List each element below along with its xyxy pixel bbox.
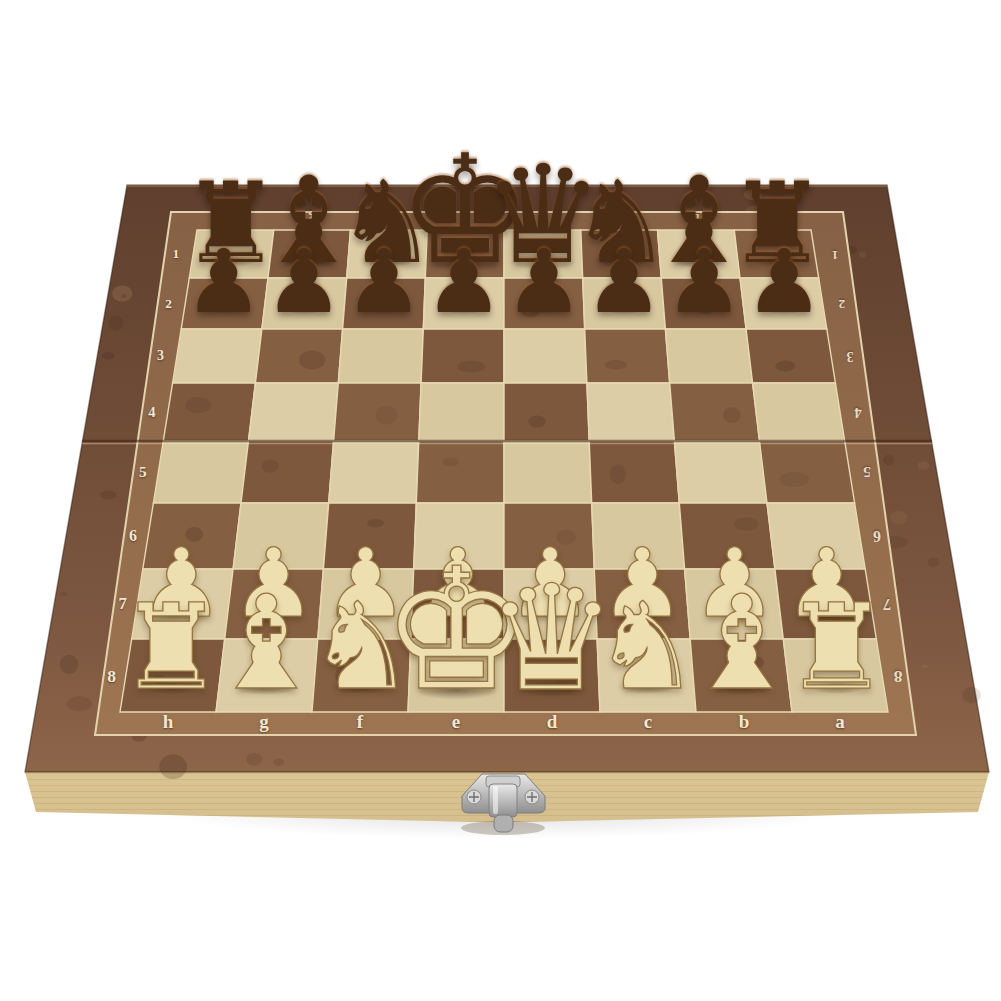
square-a4: [753, 383, 845, 441]
file-label-bottom-d: d: [547, 711, 558, 733]
square-e1: [425, 230, 504, 278]
square-h3: [173, 329, 262, 383]
file-label-bottom-a: a: [835, 711, 845, 733]
chess-set-photo: ♜♝♞♚♛♞♝♜♟♟♟♟♟♟♟♟♟♟♟♟♟♟♟♟♜♝♞♚♛♞♝♜ 1122334…: [0, 0, 1001, 1001]
file-label-top-d: d: [539, 210, 546, 226]
square-h8: [120, 639, 225, 712]
rank-label-right-3: 3: [847, 348, 854, 364]
square-b3: [665, 329, 752, 383]
square-b6: [679, 503, 775, 569]
file-label-top-e: e: [463, 210, 469, 226]
rank-label-left-8: 8: [107, 665, 116, 686]
file-label-bottom-b: b: [739, 711, 750, 733]
square-a6: [767, 503, 865, 569]
square-e3: [421, 329, 504, 383]
rank-label-left-1: 1: [173, 247, 179, 262]
file-label-bottom-e: e: [452, 711, 460, 733]
file-label-top-g: g: [309, 210, 316, 226]
file-label-top-f: f: [387, 210, 391, 226]
square-c4: [587, 383, 675, 441]
square-a1: [734, 230, 818, 278]
square-a3: [746, 329, 835, 383]
square-h1: [189, 230, 273, 278]
square-c7: [594, 569, 690, 639]
square-d7: [504, 569, 597, 639]
square-f2: [343, 278, 426, 329]
file-label-top-c: c: [616, 210, 622, 226]
rank-label-right-4: 4: [855, 404, 862, 421]
clasp-knob: [494, 815, 513, 832]
square-d4: [504, 383, 589, 441]
rank-label-right-7: 7: [883, 594, 891, 614]
square-c8: [597, 639, 696, 712]
square-f5: [329, 441, 419, 503]
file-label-top-b: b: [692, 210, 699, 226]
square-a8: [783, 639, 888, 712]
file-label-top-a: a: [769, 210, 776, 226]
square-a5: [760, 441, 855, 503]
square-e7: [411, 569, 504, 639]
square-e8: [408, 639, 504, 712]
rank-label-left-4: 4: [148, 404, 155, 421]
file-label-bottom-f: f: [357, 711, 363, 733]
square-h7: [132, 569, 233, 639]
square-c5: [589, 441, 679, 503]
rank-label-left-5: 5: [139, 463, 147, 481]
square-g5: [241, 441, 334, 503]
square-f6: [323, 503, 416, 569]
file-label-top-h: h: [232, 210, 239, 226]
rank-label-left-3: 3: [157, 348, 164, 364]
square-f3: [338, 329, 423, 383]
square-b5: [674, 441, 767, 503]
square-g3: [255, 329, 342, 383]
square-b1: [658, 230, 741, 278]
square-d6: [504, 503, 594, 569]
square-g8: [216, 639, 318, 712]
square-g1: [268, 230, 351, 278]
rank-label-right-6: 6: [873, 527, 881, 545]
rank-label-right-5: 5: [864, 463, 872, 481]
square-g6: [233, 503, 329, 569]
square-e5: [416, 441, 504, 503]
square-c6: [592, 503, 685, 569]
square-g2: [262, 278, 347, 329]
square-c2: [583, 278, 666, 329]
square-e2: [423, 278, 504, 329]
rank-label-left-2: 2: [165, 296, 172, 312]
square-c1: [581, 230, 662, 278]
square-f1: [347, 230, 428, 278]
square-d5: [504, 441, 592, 503]
rank-label-left-7: 7: [118, 594, 126, 614]
square-h5: [153, 441, 248, 503]
square-f8: [312, 639, 411, 712]
square-b7: [685, 569, 784, 639]
square-e4: [419, 383, 504, 441]
square-d2: [504, 278, 585, 329]
file-label-bottom-g: g: [259, 711, 269, 733]
square-b4: [670, 383, 760, 441]
square-f7: [318, 569, 414, 639]
clasp-latch: [461, 774, 545, 835]
square-c3: [585, 329, 670, 383]
rank-label-right-1: 1: [832, 247, 838, 262]
square-a2: [740, 278, 827, 329]
file-label-bottom-h: h: [163, 711, 174, 733]
square-g4: [249, 383, 339, 441]
file-label-bottom-c: c: [644, 711, 652, 733]
square-d3: [504, 329, 587, 383]
square-h4: [163, 383, 255, 441]
chess-board: [0, 0, 1001, 1001]
square-d8: [504, 639, 600, 712]
square-e6: [414, 503, 504, 569]
square-h2: [181, 278, 268, 329]
square-d1: [504, 230, 583, 278]
rank-label-right-8: 8: [894, 665, 903, 686]
rank-label-right-2: 2: [839, 296, 846, 312]
rank-label-left-6: 6: [129, 527, 137, 545]
square-b8: [690, 639, 792, 712]
